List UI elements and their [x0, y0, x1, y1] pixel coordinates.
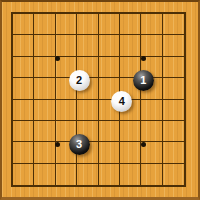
board-cell [163, 35, 184, 56]
board-cell [77, 164, 98, 185]
board-cell [163, 14, 184, 35]
board-cell [34, 35, 55, 56]
board-cell [13, 121, 34, 142]
star-point [141, 142, 146, 147]
board-cell [34, 100, 55, 121]
board-cell [99, 35, 120, 56]
board-cell [163, 164, 184, 185]
board-cell [34, 78, 55, 99]
board-cell [13, 142, 34, 163]
board-cell [13, 14, 34, 35]
go-board[interactable]: 1234 [11, 12, 186, 187]
board-cell [34, 164, 55, 185]
stone-white-2[interactable]: 2 [69, 70, 90, 91]
stone-black-3[interactable]: 3 [69, 134, 90, 155]
board-cell [13, 78, 34, 99]
board-cell [56, 35, 77, 56]
board-cell [163, 57, 184, 78]
board-cell [34, 14, 55, 35]
board-cell [99, 57, 120, 78]
board-cell [13, 35, 34, 56]
board-cell [99, 121, 120, 142]
board-cell [163, 142, 184, 163]
board-cell [141, 35, 162, 56]
board-cell [77, 100, 98, 121]
star-point [141, 56, 146, 61]
board-cell [141, 164, 162, 185]
board-cell [120, 142, 141, 163]
board-cell [13, 100, 34, 121]
star-point [55, 142, 60, 147]
board-cell [99, 14, 120, 35]
board-cell [120, 121, 141, 142]
board-cell [141, 14, 162, 35]
board-cell [120, 14, 141, 35]
board-cell [34, 57, 55, 78]
board-cell [77, 35, 98, 56]
board-cell [120, 164, 141, 185]
board-cell [163, 121, 184, 142]
board-cell [99, 142, 120, 163]
board-cell [120, 35, 141, 56]
board-cell [34, 142, 55, 163]
board-cell [34, 121, 55, 142]
board-cell [141, 121, 162, 142]
board-cell [163, 78, 184, 99]
go-board-diagram: 1234 [0, 0, 200, 200]
board-cell [56, 14, 77, 35]
board-cell [56, 100, 77, 121]
board-cell [163, 100, 184, 121]
stone-black-1[interactable]: 1 [133, 70, 154, 91]
board-cell [141, 100, 162, 121]
board-cell [13, 164, 34, 185]
board-cell [99, 164, 120, 185]
board-cell [13, 57, 34, 78]
board-cell [77, 14, 98, 35]
board-cell [56, 164, 77, 185]
